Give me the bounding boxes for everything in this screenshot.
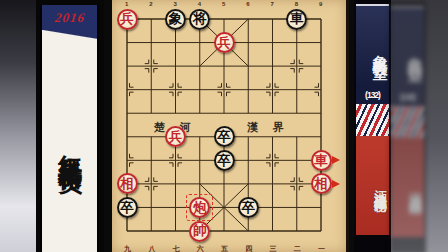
right-banner-red: 江湖残局揭秘 [356, 136, 389, 235]
file-number-top: 4 [198, 1, 201, 7]
piece-red-soldier[interactable]: 兵 [117, 9, 138, 30]
piece-black-soldier[interactable]: 卒 [117, 197, 138, 218]
file-number-bottom: 一 [318, 245, 325, 252]
piece-black-chariot[interactable]: 車 [286, 9, 307, 30]
piece-black-general[interactable]: 将 [189, 9, 210, 30]
right-banner-stripes [356, 104, 389, 136]
file-number-bottom: 六 [197, 245, 204, 252]
file-number-top: 9 [319, 1, 322, 7]
board-zone: 楚 河 漢 界 123456789九八七六五四三二一 兵象将車兵兵卒卒車相相卒炮… [104, 0, 354, 252]
river-label-han-jie: 漢 界 [247, 120, 290, 135]
file-number-bottom: 四 [245, 245, 252, 252]
right-banner: 象棋教室 (132) 江湖残局揭秘 [354, 0, 391, 252]
file-number-bottom: 八 [148, 245, 155, 252]
right-banner-title: 象棋教室 [356, 10, 389, 88]
file-number-top: 5 [222, 1, 225, 7]
left-banner-slogan: 红先黑后长将作负 [42, 37, 97, 251]
video-frame: 2016 红先黑后长将作负 楚 河 漢 界 123456789九八七六五四三二一… [0, 0, 448, 252]
piece-black-soldier[interactable]: 卒 [214, 150, 235, 171]
piece-black-soldier[interactable]: 卒 [238, 197, 259, 218]
piece-red-cannon[interactable]: 炮 [189, 197, 210, 218]
file-number-top: 7 [271, 1, 274, 7]
piece-red-soldier[interactable]: 兵 [214, 32, 235, 53]
file-number-bottom: 七 [173, 245, 180, 252]
file-number-top: 3 [174, 1, 177, 7]
piece-red-elephant[interactable]: 相 [311, 173, 332, 194]
file-number-bottom: 五 [221, 245, 228, 252]
piece-black-soldier[interactable]: 卒 [214, 126, 235, 147]
piece-red-general[interactable]: 帥 [189, 221, 210, 242]
file-number-top: 8 [295, 1, 298, 7]
move-arrow-icon [332, 180, 340, 188]
piece-black-elephant[interactable]: 象 [165, 9, 186, 30]
year-label: 2016 [53, 10, 85, 26]
file-number-bottom: 二 [294, 245, 301, 252]
file-number-top: 2 [149, 1, 152, 7]
file-number-bottom: 三 [270, 245, 277, 252]
left-banner-header: 2016 [42, 5, 97, 30]
right-edge-background [391, 0, 448, 252]
move-arrow-icon [332, 156, 340, 164]
episode-number: (132) [356, 90, 389, 100]
file-number-bottom: 九 [124, 245, 131, 252]
right-banner-subtitle: 江湖残局揭秘 [356, 139, 389, 232]
file-number-top: 1 [125, 1, 128, 7]
right-banner-navy: 象棋教室 (132) [356, 4, 389, 106]
left-banner: 2016 红先黑后长将作负 [40, 5, 99, 252]
file-number-top: 6 [246, 1, 249, 7]
left-edge-gradient [0, 0, 40, 252]
piece-red-elephant[interactable]: 相 [117, 173, 138, 194]
piece-red-chariot[interactable]: 車 [311, 150, 332, 171]
